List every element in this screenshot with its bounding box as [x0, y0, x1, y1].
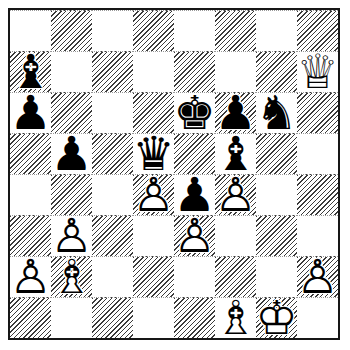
piece-white-king: ♔: [256, 297, 297, 338]
piece-white-pawn: ♙: [297, 256, 338, 297]
square-g4[interactable]: [256, 174, 297, 215]
piece-black-pawn: ♟: [10, 92, 51, 133]
square-g2[interactable]: [256, 256, 297, 297]
square-b2[interactable]: ♝♗: [51, 256, 92, 297]
piece-white-bishop-fill: ♝: [215, 297, 256, 338]
square-a5[interactable]: [10, 133, 51, 174]
square-h3[interactable]: [297, 215, 338, 256]
piece-white-pawn-fill: ♟: [51, 215, 92, 256]
square-d4[interactable]: ♟♙: [133, 174, 174, 215]
square-f7[interactable]: [215, 51, 256, 92]
piece-black-pawn: ♟: [174, 174, 215, 215]
chess-board: ♝♛♕♟♚♟♞♟♛♝♟♙♟♟♙♟♙♟♙♟♙♝♗♟♙♝♗♚♔: [10, 10, 338, 338]
square-f3[interactable]: [215, 215, 256, 256]
square-d7[interactable]: [133, 51, 174, 92]
square-f1[interactable]: ♝♗: [215, 297, 256, 338]
square-h2[interactable]: ♟♙: [297, 256, 338, 297]
square-b6[interactable]: [51, 92, 92, 133]
square-e6[interactable]: ♚: [174, 92, 215, 133]
piece-black-knight: ♞: [256, 92, 297, 133]
square-d3[interactable]: [133, 215, 174, 256]
square-c1[interactable]: [92, 297, 133, 338]
piece-white-pawn-fill: ♟: [215, 174, 256, 215]
square-g1[interactable]: ♚♔: [256, 297, 297, 338]
square-g7[interactable]: [256, 51, 297, 92]
square-a2[interactable]: ♟♙: [10, 256, 51, 297]
square-e7[interactable]: [174, 51, 215, 92]
piece-white-pawn-fill: ♟: [174, 215, 215, 256]
square-c4[interactable]: [92, 174, 133, 215]
piece-white-pawn-fill: ♟: [10, 256, 51, 297]
piece-white-bishop-fill: ♝: [51, 256, 92, 297]
square-h4[interactable]: [297, 174, 338, 215]
chess-board-frame: ♝♛♕♟♚♟♞♟♛♝♟♙♟♟♙♟♙♟♙♟♙♝♗♟♙♝♗♚♔: [8, 8, 340, 340]
square-g6[interactable]: ♞: [256, 92, 297, 133]
square-f4[interactable]: ♟♙: [215, 174, 256, 215]
square-e2[interactable]: [174, 256, 215, 297]
piece-black-bishop: ♝: [10, 51, 51, 92]
square-d2[interactable]: [133, 256, 174, 297]
square-f5[interactable]: ♝: [215, 133, 256, 174]
square-e3[interactable]: ♟♙: [174, 215, 215, 256]
square-f2[interactable]: [215, 256, 256, 297]
square-a4[interactable]: [10, 174, 51, 215]
piece-white-pawn: ♙: [10, 256, 51, 297]
piece-white-queen: ♕: [297, 51, 338, 92]
square-c3[interactable]: [92, 215, 133, 256]
piece-white-pawn: ♙: [133, 174, 174, 215]
piece-black-queen: ♛: [133, 133, 174, 174]
piece-black-bishop: ♝: [215, 133, 256, 174]
square-h8[interactable]: [297, 10, 338, 51]
square-a7[interactable]: ♝: [10, 51, 51, 92]
square-b1[interactable]: [51, 297, 92, 338]
square-b3[interactable]: ♟♙: [51, 215, 92, 256]
square-b7[interactable]: [51, 51, 92, 92]
square-b4[interactable]: [51, 174, 92, 215]
square-e8[interactable]: [174, 10, 215, 51]
piece-black-pawn: ♟: [215, 92, 256, 133]
square-c2[interactable]: [92, 256, 133, 297]
square-h1[interactable]: [297, 297, 338, 338]
piece-white-king-fill: ♚: [256, 297, 297, 338]
piece-white-pawn-fill: ♟: [297, 256, 338, 297]
square-h6[interactable]: [297, 92, 338, 133]
square-b5[interactable]: ♟: [51, 133, 92, 174]
square-h7[interactable]: ♛♕: [297, 51, 338, 92]
square-f8[interactable]: [215, 10, 256, 51]
piece-black-king: ♚: [174, 92, 215, 133]
piece-white-bishop: ♗: [215, 297, 256, 338]
piece-white-pawn-fill: ♟: [133, 174, 174, 215]
piece-white-pawn: ♙: [51, 215, 92, 256]
square-b8[interactable]: [51, 10, 92, 51]
square-c7[interactable]: [92, 51, 133, 92]
square-g8[interactable]: [256, 10, 297, 51]
piece-white-pawn: ♙: [215, 174, 256, 215]
piece-white-bishop: ♗: [51, 256, 92, 297]
square-g5[interactable]: [256, 133, 297, 174]
square-e5[interactable]: [174, 133, 215, 174]
square-f6[interactable]: ♟: [215, 92, 256, 133]
square-a1[interactable]: [10, 297, 51, 338]
square-d6[interactable]: [133, 92, 174, 133]
square-d5[interactable]: ♛: [133, 133, 174, 174]
square-a6[interactable]: ♟: [10, 92, 51, 133]
piece-black-pawn: ♟: [51, 133, 92, 174]
square-c5[interactable]: [92, 133, 133, 174]
square-c8[interactable]: [92, 10, 133, 51]
piece-white-queen-fill: ♛: [297, 51, 338, 92]
piece-white-pawn: ♙: [174, 215, 215, 256]
square-e1[interactable]: [174, 297, 215, 338]
square-d1[interactable]: [133, 297, 174, 338]
square-e4[interactable]: ♟: [174, 174, 215, 215]
square-a8[interactable]: [10, 10, 51, 51]
square-d8[interactable]: [133, 10, 174, 51]
square-a3[interactable]: [10, 215, 51, 256]
square-h5[interactable]: [297, 133, 338, 174]
square-g3[interactable]: [256, 215, 297, 256]
square-c6[interactable]: [92, 92, 133, 133]
